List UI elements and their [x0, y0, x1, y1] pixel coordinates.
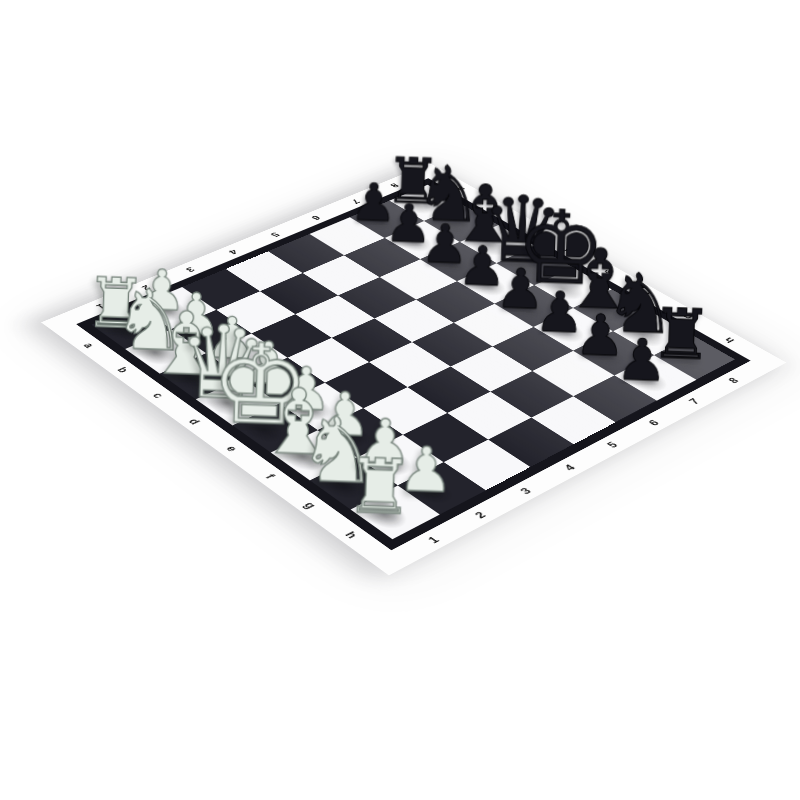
rank-label-3-east: 3: [512, 482, 540, 499]
piece-white-rook[interactable]: ♜: [344, 448, 415, 526]
rank-label-8-east: 8: [721, 373, 747, 387]
rank-label-7-east: 7: [681, 394, 707, 409]
rank-label-2-east: 2: [467, 506, 495, 523]
rank-label-4-east: 4: [556, 459, 583, 475]
piece-black-pawn[interactable]: ♟: [615, 331, 668, 390]
rank-label-5-east: 5: [599, 437, 626, 453]
board-tilt-wrapper: ♜♞♝♛♚♝♞♜♟♟♟♟♟♟♟♟♟♟♟♟♟♟♟♟♜♞♝♛♚♝♞♜ aabbccd…: [0, 0, 800, 800]
rank-label-1-east: 1: [420, 531, 449, 549]
chess-set-photo: ♜♞♝♛♚♝♞♜♟♟♟♟♟♟♟♟♟♟♟♟♟♟♟♟♜♞♝♛♚♝♞♜ aabbccd…: [0, 0, 800, 800]
chessboard: ♜♞♝♛♚♝♞♜♟♟♟♟♟♟♟♟♟♟♟♟♟♟♟♟♜♞♝♛♚♝♞♜ aabbccd…: [41, 163, 786, 575]
rank-label-6-east: 6: [641, 415, 668, 430]
board-grid: ♜♞♝♛♚♝♞♜♟♟♟♟♟♟♟♟♟♟♟♟♟♟♟♟♜♞♝♛♚♝♞♜: [91, 185, 735, 539]
